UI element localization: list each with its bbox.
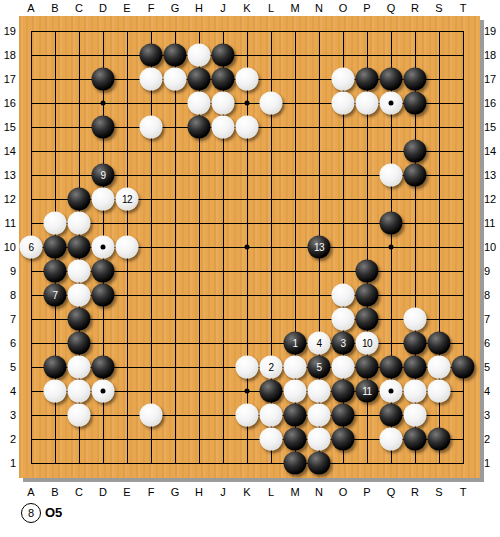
stone-black-P17 [356,68,379,91]
stone-black-R5 [404,356,427,379]
stone-white-C3 [68,404,91,427]
coordinate-label-R: R [411,486,419,498]
coordinate-label-5: 5 [0,361,16,373]
coordinate-label-B: B [51,486,58,498]
coordinate-label-N: N [315,486,323,498]
coordinate-label-9: 9 [0,265,16,277]
stone-white-K5 [236,356,259,379]
stone-black-R17 [404,68,427,91]
stone-black-P9 [356,260,379,283]
stone-white-N4 [308,380,331,403]
stone-black-S2 [428,428,451,451]
stone-black-P8 [356,284,379,307]
stone-white-H18 [188,44,211,67]
coordinate-label-C: C [75,2,83,14]
stone-white-E12: 12 [116,188,139,211]
coordinate-label-J: J [220,2,226,14]
coordinate-label-L: L [268,486,274,498]
coordinate-label-R: R [411,2,419,14]
stone-white-F17 [140,68,163,91]
stone-white-P6: 10 [356,332,379,355]
stone-black-D5 [92,356,115,379]
stone-white-H16 [188,92,211,115]
coordinate-label-16: 16 [0,97,16,109]
caption-move-point: O5 [45,505,62,520]
stone-white-Q2 [380,428,403,451]
stone-black-O4 [332,380,355,403]
stone-black-P4: 11 [356,380,379,403]
stone-black-D17 [92,68,115,91]
stone-black-B9 [44,260,67,283]
stone-white-K17 [236,68,259,91]
stone-white-Q13 [380,164,403,187]
star-point-D10 [101,245,106,250]
stone-white-L2 [260,428,283,451]
coordinate-label-3: 3 [0,409,16,421]
coordinate-label-4: 4 [0,385,16,397]
stone-black-D8 [92,284,115,307]
stone-white-D12 [92,188,115,211]
stone-black-B10 [44,236,67,259]
coordinate-label-P: P [363,2,370,14]
coordinate-label-5: 5 [484,361,490,373]
star-point-Q4 [389,389,394,394]
stone-white-S5 [428,356,451,379]
stone-white-P16 [356,92,379,115]
stone-black-O3 [332,404,355,427]
coordinate-label-C: C [75,486,83,498]
coordinate-label-O: O [339,2,348,14]
stone-white-F15 [140,116,163,139]
coordinate-label-J: J [220,486,226,498]
coordinate-label-8: 8 [0,289,16,301]
star-point-K10 [245,245,250,250]
stone-black-L4 [260,380,283,403]
stone-black-B5 [44,356,67,379]
stone-black-Q17 [380,68,403,91]
stone-black-N1 [308,452,331,475]
coordinate-label-K: K [243,486,250,498]
stone-black-R16 [404,92,427,115]
stone-black-M1 [284,452,307,475]
stone-white-O17 [332,68,355,91]
stone-black-J18 [212,44,235,67]
stone-black-Q11 [380,212,403,235]
coordinate-label-G: G [171,486,180,498]
coordinate-label-E: E [123,486,130,498]
coordinate-label-E: E [123,2,130,14]
coordinate-label-14: 14 [0,145,16,157]
coordinate-label-15: 15 [0,121,16,133]
stone-black-J17 [212,68,235,91]
coordinate-label-A: A [27,2,34,14]
star-point-D4 [101,389,106,394]
coordinate-label-M: M [290,486,299,498]
coordinate-label-2: 2 [0,433,16,445]
caption-move-number-badge: 8 [21,503,41,523]
stone-white-F3 [140,404,163,427]
coordinate-label-19: 19 [484,25,496,37]
coordinate-label-Q: Q [387,486,396,498]
stone-white-B4 [44,380,67,403]
coordinate-label-11: 11 [0,217,16,229]
stone-black-N5: 5 [308,356,331,379]
stone-black-D15 [92,116,115,139]
stone-white-C8 [68,284,91,307]
star-point-K16 [245,101,250,106]
stone-black-P7 [356,308,379,331]
star-point-Q10 [389,245,394,250]
coordinate-label-O: O [339,486,348,498]
coordinate-label-15: 15 [484,121,496,133]
coordinate-label-M: M [290,2,299,14]
stone-black-C10 [68,236,91,259]
stone-white-J15 [212,116,235,139]
coordinate-label-P: P [363,486,370,498]
stone-white-N2 [308,428,331,451]
stone-white-N3 [308,404,331,427]
coordinate-label-N: N [315,2,323,14]
coordinate-label-18: 18 [0,49,16,61]
coordinate-label-H: H [195,2,203,14]
stone-white-B11 [44,212,67,235]
star-point-D16 [101,101,106,106]
stone-black-M6: 1 [284,332,307,355]
stone-black-G18 [164,44,187,67]
coordinate-label-F: F [148,486,155,498]
stone-white-L5: 2 [260,356,283,379]
coordinate-label-13: 13 [484,169,496,181]
stone-black-Q5 [380,356,403,379]
coordinate-label-13: 13 [0,169,16,181]
stone-black-R2 [404,428,427,451]
stone-black-Q3 [380,404,403,427]
coordinate-label-1: 1 [0,457,16,469]
coordinate-label-G: G [171,2,180,14]
stone-black-R13 [404,164,427,187]
stone-black-M2 [284,428,307,451]
coordinate-label-D: D [99,486,107,498]
stone-white-O5 [332,356,355,379]
coordinate-label-7: 7 [0,313,16,325]
stone-black-C7 [68,308,91,331]
stone-black-O6: 3 [332,332,355,355]
stone-white-L3 [260,404,283,427]
coordinate-label-T: T [460,2,467,14]
coordinate-label-10: 10 [484,241,496,253]
stone-black-H17 [188,68,211,91]
stone-white-R4 [404,380,427,403]
stone-black-R6 [404,332,427,355]
stone-black-O2 [332,428,355,451]
stone-white-O7 [332,308,355,331]
stone-white-R7 [404,308,427,331]
stone-black-D13: 9 [92,164,115,187]
stone-black-M3 [284,404,307,427]
coordinate-label-7: 7 [484,313,490,325]
stone-black-S6 [428,332,451,355]
coordinate-label-K: K [243,2,250,14]
coordinate-label-17: 17 [484,73,496,85]
coordinate-label-11: 11 [484,217,495,229]
coordinate-label-18: 18 [484,49,496,61]
coordinate-label-A: A [27,486,34,498]
stone-white-M5 [284,356,307,379]
coordinate-label-S: S [435,2,442,14]
stone-white-M4 [284,380,307,403]
coordinate-label-6: 6 [484,337,490,349]
coordinate-label-12: 12 [484,193,496,205]
coordinate-label-B: B [51,2,58,14]
stone-white-K15 [236,116,259,139]
coordinate-label-14: 14 [484,145,496,157]
coordinate-label-D: D [99,2,107,14]
coordinate-label-T: T [460,486,467,498]
coordinate-label-F: F [148,2,155,14]
stone-black-P5 [356,356,379,379]
stone-black-B8: 7 [44,284,67,307]
coordinate-label-4: 4 [484,385,490,397]
stone-black-T5 [452,356,475,379]
star-point-K4 [245,389,250,394]
coordinate-label-9: 9 [484,265,490,277]
coordinate-label-2: 2 [484,433,490,445]
kifu-diagram: 9126137143102511 ABCDEFGHJKLMNOPQRST ABC… [0,0,500,537]
coordinate-label-3: 3 [484,409,490,421]
caption: 8 O5 [0,500,200,530]
stone-white-R3 [404,404,427,427]
coordinate-label-8: 8 [484,289,490,301]
coordinate-label-19: 19 [0,25,16,37]
stone-white-E10 [116,236,139,259]
stone-black-D9 [92,260,115,283]
coordinate-label-1: 1 [484,457,490,469]
stone-white-C11 [68,212,91,235]
stone-white-S4 [428,380,451,403]
coordinate-label-6: 6 [0,337,16,349]
stone-white-J16 [212,92,235,115]
coordinate-label-H: H [195,486,203,498]
stone-white-L16 [260,92,283,115]
star-point-Q16 [389,101,394,106]
stone-black-H15 [188,116,211,139]
stone-white-O8 [332,284,355,307]
stone-white-C4 [68,380,91,403]
stone-white-G17 [164,68,187,91]
stone-white-C9 [68,260,91,283]
coordinate-label-10: 10 [0,241,16,253]
coordinate-label-S: S [435,486,442,498]
coordinate-label-12: 12 [0,193,16,205]
stone-white-K3 [236,404,259,427]
stone-black-F18 [140,44,163,67]
stone-black-N10: 13 [308,236,331,259]
stone-white-O16 [332,92,355,115]
stone-white-A10: 6 [20,236,43,259]
coordinate-label-L: L [268,2,274,14]
stone-black-R14 [404,140,427,163]
coordinate-label-16: 16 [484,97,496,109]
coordinate-label-17: 17 [0,73,16,85]
coordinate-label-Q: Q [387,2,396,14]
stone-white-C5 [68,356,91,379]
stone-black-C12 [68,188,91,211]
stone-white-N6: 4 [308,332,331,355]
stone-black-C6 [68,332,91,355]
